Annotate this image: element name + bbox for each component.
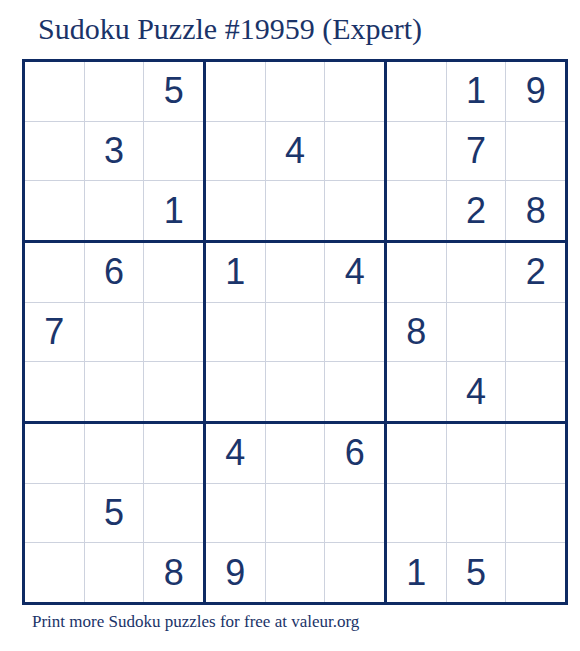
cell-r1c1 — [25, 62, 84, 121]
cell-r4c1 — [25, 243, 84, 302]
cell-r5c7: 8 — [387, 303, 446, 362]
cell-r1c7 — [387, 62, 446, 121]
cell-r7c3 — [144, 424, 203, 483]
cell-r5c4 — [206, 303, 265, 362]
cell-r4c8 — [447, 243, 506, 302]
cell-r3c8: 2 — [447, 181, 506, 240]
sudoku-board: 53141972867142845846915 — [22, 59, 568, 605]
cell-r5c1: 7 — [25, 303, 84, 362]
cell-r4c3 — [144, 243, 203, 302]
cell-r6c1 — [25, 362, 84, 421]
cell-r8c8 — [447, 484, 506, 543]
cell-r5c6 — [325, 303, 384, 362]
box-4: 67 — [25, 243, 203, 421]
cell-r6c3 — [144, 362, 203, 421]
cell-r8c4 — [206, 484, 265, 543]
cell-r5c8 — [447, 303, 506, 362]
cell-r3c7 — [387, 181, 446, 240]
cell-r3c9: 8 — [506, 181, 565, 240]
cell-r2c4 — [206, 122, 265, 181]
cell-r1c2 — [85, 62, 144, 121]
cell-r2c6 — [325, 122, 384, 181]
cell-r3c5 — [266, 181, 325, 240]
box-2: 4 — [206, 62, 384, 240]
cell-r2c7 — [387, 122, 446, 181]
cell-r8c6 — [325, 484, 384, 543]
cell-r3c4 — [206, 181, 265, 240]
box-8: 469 — [206, 424, 384, 602]
cell-r6c8: 4 — [447, 362, 506, 421]
cell-r9c1 — [25, 543, 84, 602]
cell-r8c5 — [266, 484, 325, 543]
cell-r5c2 — [85, 303, 144, 362]
cell-r6c7 — [387, 362, 446, 421]
cell-r9c4: 9 — [206, 543, 265, 602]
cell-r4c6: 4 — [325, 243, 384, 302]
cell-r7c8 — [447, 424, 506, 483]
cell-r5c9 — [506, 303, 565, 362]
cell-r8c3 — [144, 484, 203, 543]
cell-r4c2: 6 — [85, 243, 144, 302]
cell-r4c4: 1 — [206, 243, 265, 302]
cell-r9c2 — [85, 543, 144, 602]
cell-r1c5 — [266, 62, 325, 121]
cell-r5c5 — [266, 303, 325, 362]
cell-r7c2 — [85, 424, 144, 483]
cell-r8c7 — [387, 484, 446, 543]
cell-r1c3: 5 — [144, 62, 203, 121]
cell-r1c4 — [206, 62, 265, 121]
cell-r7c7 — [387, 424, 446, 483]
cell-r2c9 — [506, 122, 565, 181]
cell-r2c8: 7 — [447, 122, 506, 181]
cell-r9c9 — [506, 543, 565, 602]
box-7: 58 — [25, 424, 203, 602]
cell-r9c3: 8 — [144, 543, 203, 602]
box-3: 19728 — [387, 62, 565, 240]
cell-r6c5 — [266, 362, 325, 421]
cell-r4c9: 2 — [506, 243, 565, 302]
box-5: 14 — [206, 243, 384, 421]
cell-r3c6 — [325, 181, 384, 240]
cell-r5c3 — [144, 303, 203, 362]
cell-r9c6 — [325, 543, 384, 602]
page-title: Sudoku Puzzle #19959 (Expert) — [38, 12, 422, 46]
footer-note: Print more Sudoku puzzles for free at va… — [32, 612, 359, 632]
cell-r7c4: 4 — [206, 424, 265, 483]
cell-r6c4 — [206, 362, 265, 421]
cell-r7c9 — [506, 424, 565, 483]
cell-r3c3: 1 — [144, 181, 203, 240]
cell-r6c9 — [506, 362, 565, 421]
cell-r8c1 — [25, 484, 84, 543]
cell-r2c1 — [25, 122, 84, 181]
box-9: 15 — [387, 424, 565, 602]
cell-r4c5 — [266, 243, 325, 302]
cell-r1c9: 9 — [506, 62, 565, 121]
cell-r3c2 — [85, 181, 144, 240]
cell-r9c8: 5 — [447, 543, 506, 602]
cell-r8c2: 5 — [85, 484, 144, 543]
box-1: 531 — [25, 62, 203, 240]
cell-r7c6: 6 — [325, 424, 384, 483]
cell-r7c1 — [25, 424, 84, 483]
cell-r8c9 — [506, 484, 565, 543]
cell-r6c6 — [325, 362, 384, 421]
cell-r1c6 — [325, 62, 384, 121]
cell-r6c2 — [85, 362, 144, 421]
box-6: 284 — [387, 243, 565, 421]
cell-r3c1 — [25, 181, 84, 240]
cell-r9c5 — [266, 543, 325, 602]
cell-r2c2: 3 — [85, 122, 144, 181]
cell-r4c7 — [387, 243, 446, 302]
cell-r1c8: 1 — [447, 62, 506, 121]
cell-r2c3 — [144, 122, 203, 181]
cell-r9c7: 1 — [387, 543, 446, 602]
cell-r2c5: 4 — [266, 122, 325, 181]
cell-r7c5 — [266, 424, 325, 483]
